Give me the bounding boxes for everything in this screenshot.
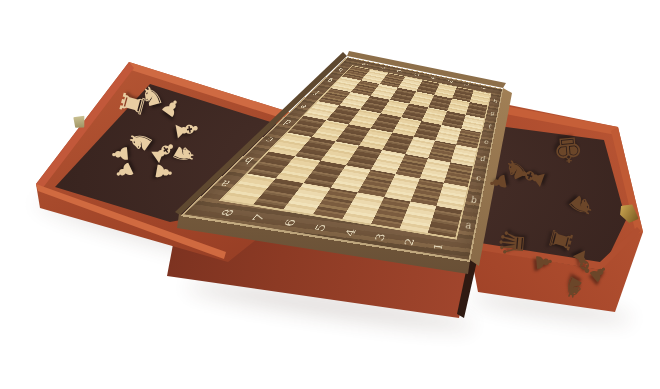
left-tray-piece-pawn: ♟: [151, 161, 175, 183]
right-tray-piece-knight: ♞: [562, 187, 599, 225]
right-tray-piece-bishop: ♝: [514, 159, 551, 195]
right-tray-piece-pawn: ♟: [532, 252, 555, 273]
tray-pieces-layer: ♜♞♟♝♞♟♝♟♟♞♚♞♝♟♞♛♜♟♝♞♟: [0, 0, 660, 389]
right-tray-piece-queen: ♛: [494, 227, 529, 259]
right-tray-piece-pawn: ♟: [487, 171, 511, 193]
right-tray-piece-king: ♚: [551, 132, 584, 169]
chess-box-photo: 87654321 87654321 abcdefgh abcdefgh ♜♞♟♝…: [0, 0, 660, 389]
